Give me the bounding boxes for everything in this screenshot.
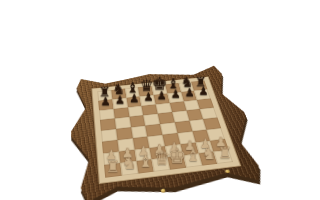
black-pawn: ♟: [129, 93, 139, 104]
black-pawn: ♟: [115, 94, 125, 106]
white-knight: ♞: [122, 155, 137, 172]
black-pawn: ♟: [101, 96, 111, 108]
white-bishop: ♝: [138, 153, 153, 170]
black-pawn: ♟: [184, 87, 194, 98]
board-square: [189, 119, 200, 131]
product-photo-scene: ♜♞♝♛♚♝♞♜♟♟♟♟♟♟♟♟♟♟♟♟♟♟♟♟♜♞♝♛♚♝♞♜: [0, 0, 200, 200]
black-pawn: ♟: [198, 86, 200, 97]
white-queen: ♛: [153, 149, 170, 168]
white-king: ♚: [168, 145, 187, 166]
white-bishop: ♝: [186, 148, 200, 164]
board-square: [175, 121, 192, 133]
black-pawn: ♟: [171, 88, 181, 99]
chess-set: ♜♞♝♛♚♝♞♜♟♟♟♟♟♟♟♟♟♟♟♟♟♟♟♟♜♞♝♛♚♝♞♜: [70, 62, 200, 200]
black-pawn: ♟: [157, 90, 167, 101]
board-square: [160, 122, 177, 134]
black-pawn: ♟: [143, 91, 153, 102]
white-rook: ♜: [106, 158, 120, 174]
